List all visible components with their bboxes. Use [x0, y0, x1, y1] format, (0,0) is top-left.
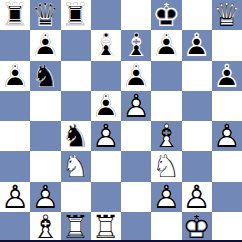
square-e6[interactable]: ♟♙	[121, 61, 151, 91]
square-a8[interactable]: ♜♖	[0, 0, 30, 30]
square-h5[interactable]	[212, 91, 242, 121]
square-f6[interactable]	[151, 61, 181, 91]
square-b6[interactable]: ♞♘	[30, 61, 60, 91]
square-c8[interactable]: ♜♖	[61, 0, 91, 30]
piece-black-rook[interactable]: ♜♖	[0, 0, 30, 30]
square-e8[interactable]	[121, 0, 151, 30]
piece-black-knight[interactable]: ♞♘	[61, 121, 91, 151]
square-h1[interactable]	[212, 212, 242, 242]
square-a2[interactable]: ♟♙	[0, 182, 30, 212]
piece-black-bishop[interactable]: ♝♗	[91, 30, 121, 60]
square-h2[interactable]	[212, 182, 242, 212]
square-d5[interactable]: ♟♙	[91, 91, 121, 121]
square-e3[interactable]	[121, 151, 151, 181]
piece-white-pawn[interactable]: ♟♙	[212, 121, 242, 151]
piece-white-rook[interactable]: ♜♖	[91, 212, 121, 242]
square-e7[interactable]: ♝♗	[121, 30, 151, 60]
piece-black-pawn[interactable]: ♟♙	[151, 30, 181, 60]
square-b3[interactable]	[30, 151, 60, 181]
piece-white-knight[interactable]: ♞♘	[151, 151, 181, 181]
square-e4[interactable]	[121, 121, 151, 151]
piece-white-pawn[interactable]: ♟♙	[151, 182, 181, 212]
square-a7[interactable]	[0, 30, 30, 60]
piece-black-queen[interactable]: ♛♕	[30, 0, 60, 30]
square-g1[interactable]: ♚♔	[182, 212, 212, 242]
piece-black-pawn[interactable]: ♟♙	[182, 30, 212, 60]
square-c6[interactable]	[61, 61, 91, 91]
piece-white-king[interactable]: ♚♔	[182, 212, 212, 242]
piece-black-knight[interactable]: ♞♘	[30, 61, 60, 91]
square-b4[interactable]	[30, 121, 60, 151]
square-g6[interactable]	[182, 61, 212, 91]
square-f3[interactable]: ♞♘	[151, 151, 181, 181]
square-h3[interactable]	[212, 151, 242, 181]
piece-white-pawn[interactable]: ♟♙	[30, 182, 60, 212]
square-d6[interactable]	[91, 61, 121, 91]
square-h7[interactable]	[212, 30, 242, 60]
piece-black-bishop[interactable]: ♝♗	[121, 30, 151, 60]
square-a6[interactable]: ♟♙	[0, 61, 30, 91]
square-f4[interactable]: ♝♗	[151, 121, 181, 151]
square-c7[interactable]	[61, 30, 91, 60]
piece-white-knight[interactable]: ♞♘	[61, 151, 91, 181]
square-a4[interactable]	[0, 121, 30, 151]
piece-white-pawn[interactable]: ♟♙	[121, 91, 151, 121]
square-d3[interactable]	[91, 151, 121, 181]
piece-black-king[interactable]: ♚♔	[151, 0, 181, 30]
piece-white-bishop[interactable]: ♝♗	[151, 121, 181, 151]
piece-black-pawn[interactable]: ♟♙	[30, 30, 60, 60]
square-f7[interactable]: ♟♙	[151, 30, 181, 60]
square-c3[interactable]: ♞♘	[61, 151, 91, 181]
square-h4[interactable]: ♟♙	[212, 121, 242, 151]
piece-white-bishop[interactable]: ♝♗	[30, 212, 60, 242]
piece-white-pawn[interactable]: ♟♙	[182, 182, 212, 212]
square-g8[interactable]	[182, 0, 212, 30]
square-g4[interactable]	[182, 121, 212, 151]
piece-black-rook[interactable]: ♜♖	[61, 0, 91, 30]
piece-white-pawn[interactable]: ♟♙	[0, 182, 30, 212]
square-d2[interactable]	[91, 182, 121, 212]
square-c2[interactable]	[61, 182, 91, 212]
square-g3[interactable]	[182, 151, 212, 181]
chess-board: ♜♖♛♕♜♖♚♔♛♕♟♙♝♗♝♗♟♙♟♙♟♙♞♘♟♙♟♙♟♙♟♙♞♘♟♙♝♗♟♙…	[0, 0, 242, 242]
piece-black-pawn[interactable]: ♟♙	[91, 91, 121, 121]
square-b7[interactable]: ♟♙	[30, 30, 60, 60]
square-a1[interactable]	[0, 212, 30, 242]
piece-white-queen[interactable]: ♛♕	[212, 0, 242, 30]
piece-white-rook[interactable]: ♜♖	[61, 212, 91, 242]
square-h8[interactable]: ♛♕	[212, 0, 242, 30]
square-e1[interactable]	[121, 212, 151, 242]
square-b5[interactable]	[30, 91, 60, 121]
square-a5[interactable]	[0, 91, 30, 121]
square-c5[interactable]	[61, 91, 91, 121]
square-b1[interactable]: ♝♗	[30, 212, 60, 242]
square-b8[interactable]: ♛♕	[30, 0, 60, 30]
square-f2[interactable]: ♟♙	[151, 182, 181, 212]
square-d7[interactable]: ♝♗	[91, 30, 121, 60]
square-d1[interactable]: ♜♖	[91, 212, 121, 242]
square-e5[interactable]: ♟♙	[121, 91, 151, 121]
square-e2[interactable]	[121, 182, 151, 212]
square-f8[interactable]: ♚♔	[151, 0, 181, 30]
square-b2[interactable]: ♟♙	[30, 182, 60, 212]
square-c4[interactable]: ♞♘	[61, 121, 91, 151]
square-g5[interactable]	[182, 91, 212, 121]
square-f1[interactable]	[151, 212, 181, 242]
square-g2[interactable]: ♟♙	[182, 182, 212, 212]
piece-black-pawn[interactable]: ♟♙	[0, 61, 30, 91]
square-g7[interactable]: ♟♙	[182, 30, 212, 60]
square-d4[interactable]: ♟♙	[91, 121, 121, 151]
piece-black-pawn[interactable]: ♟♙	[121, 61, 151, 91]
piece-black-pawn[interactable]: ♟♙	[212, 61, 242, 91]
square-h6[interactable]: ♟♙	[212, 61, 242, 91]
piece-white-pawn[interactable]: ♟♙	[91, 121, 121, 151]
square-a3[interactable]	[0, 151, 30, 181]
square-f5[interactable]	[151, 91, 181, 121]
square-d8[interactable]	[91, 0, 121, 30]
square-c1[interactable]: ♜♖	[61, 212, 91, 242]
